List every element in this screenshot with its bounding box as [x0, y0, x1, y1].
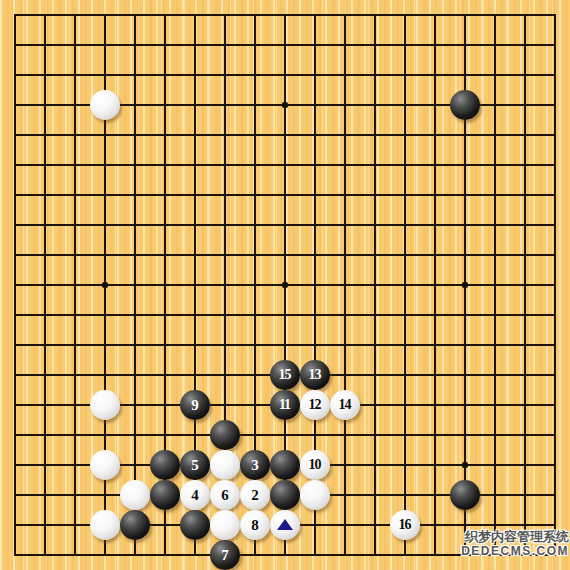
move-number: 7 — [221, 548, 229, 563]
move-number: 2 — [251, 488, 259, 503]
stone-white-ln: 14 — [330, 390, 360, 420]
stone-black-jm: 15 — [270, 360, 300, 390]
star-point — [282, 282, 288, 288]
move-number: 14 — [339, 398, 351, 412]
move-number: 4 — [191, 488, 199, 503]
stone-black-fp — [150, 450, 180, 480]
move-number: 11 — [279, 398, 290, 412]
stone-white-kn: 12 — [300, 390, 330, 420]
stone-white-hq: 6 — [210, 480, 240, 510]
stone-black-jq — [270, 480, 300, 510]
stone-white-nr: 16 — [390, 510, 420, 540]
move-number: 6 — [221, 488, 229, 503]
stone-white-ir: 8 — [240, 510, 270, 540]
stone-black-ho — [210, 420, 240, 450]
stone-black-gp: 5 — [180, 450, 210, 480]
stone-black-pq — [450, 480, 480, 510]
move-number: 8 — [251, 518, 259, 533]
stone-white-gq: 4 — [180, 480, 210, 510]
stone-white-jr — [270, 510, 300, 540]
triangle-marker-icon — [277, 519, 293, 530]
stone-black-gr — [180, 510, 210, 540]
stone-black-er — [120, 510, 150, 540]
stone-black-fq — [150, 480, 180, 510]
star-point — [462, 282, 468, 288]
stone-black-ip: 3 — [240, 450, 270, 480]
stone-black-km: 13 — [300, 360, 330, 390]
star-point — [282, 102, 288, 108]
stone-white-eq — [120, 480, 150, 510]
watermark: 织梦内容管理系统 DEDECMS.COM — [461, 529, 569, 559]
stone-white-dr — [90, 510, 120, 540]
go-board: 1513911121453104628167 织梦内容管理系统 DEDECMS.… — [0, 0, 570, 570]
stone-white-dd — [90, 90, 120, 120]
stone-white-hr — [210, 510, 240, 540]
stone-white-iq: 2 — [240, 480, 270, 510]
move-number: 15 — [279, 368, 291, 382]
watermark-line2: DEDECMS.COM — [461, 544, 569, 559]
move-number: 5 — [191, 458, 199, 473]
stone-white-dn — [90, 390, 120, 420]
star-point — [462, 462, 468, 468]
stone-black-jp — [270, 450, 300, 480]
move-number: 12 — [309, 398, 321, 412]
star-point — [102, 282, 108, 288]
stone-black-gn: 9 — [180, 390, 210, 420]
move-number: 16 — [399, 518, 411, 532]
stone-black-hs: 7 — [210, 540, 240, 570]
move-number: 3 — [251, 458, 259, 473]
stone-white-kq — [300, 480, 330, 510]
stone-white-kp: 10 — [300, 450, 330, 480]
stone-white-hp — [210, 450, 240, 480]
stone-black-jn: 11 — [270, 390, 300, 420]
stone-black-pd — [450, 90, 480, 120]
stone-white-dp — [90, 450, 120, 480]
watermark-line1: 织梦内容管理系统 — [461, 529, 569, 544]
move-number: 13 — [309, 368, 321, 382]
move-number: 10 — [309, 458, 321, 472]
move-number: 9 — [191, 398, 199, 413]
